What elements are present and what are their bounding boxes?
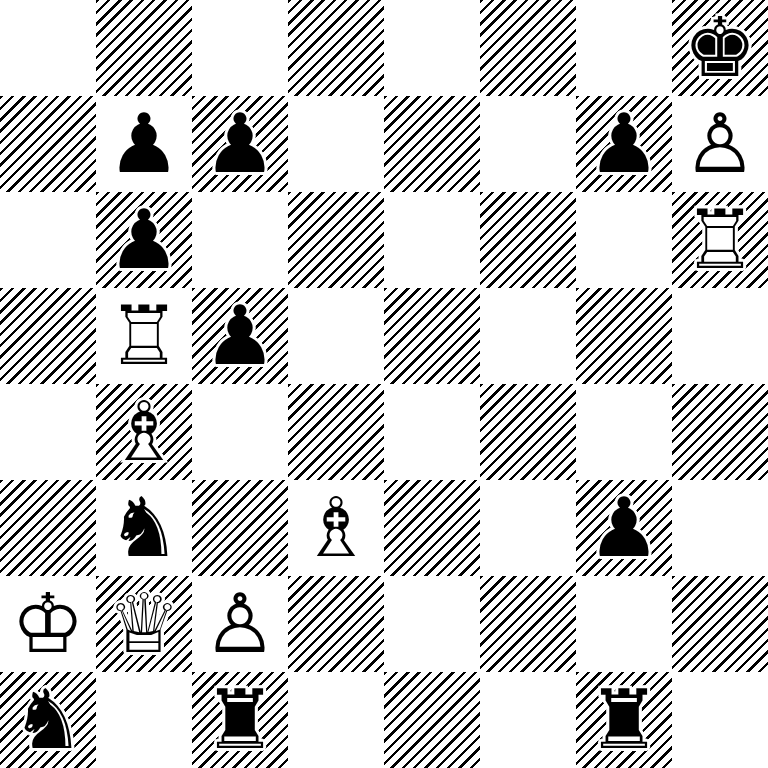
square-h7[interactable]: ♟♙: [672, 96, 768, 192]
square-g7[interactable]: ♟♟: [576, 96, 672, 192]
piece-white-rook[interactable]: ♜♖: [96, 288, 192, 384]
piece-white-pawn[interactable]: ♟♙: [192, 576, 288, 672]
square-f8[interactable]: [480, 0, 576, 96]
square-d2[interactable]: [288, 576, 384, 672]
square-a1[interactable]: ♞♞: [0, 672, 96, 768]
square-c8[interactable]: [192, 0, 288, 96]
square-a8[interactable]: [0, 0, 96, 96]
square-b6[interactable]: ♟♟: [96, 192, 192, 288]
square-a4[interactable]: [0, 384, 96, 480]
square-g2[interactable]: [576, 576, 672, 672]
square-d6[interactable]: [288, 192, 384, 288]
piece-glyph-ink: ♟: [96, 192, 192, 288]
square-f4[interactable]: [480, 384, 576, 480]
chess-board: ♚♚♟♟♟♟♟♟♟♙♟♟♜♖♜♖♟♟♝♗♞♞♝♗♟♟♚♔♛♕♟♙♞♞♜♜♜♜: [0, 0, 768, 768]
square-h2[interactable]: [672, 576, 768, 672]
square-b5[interactable]: ♜♖: [96, 288, 192, 384]
piece-black-rook[interactable]: ♜♜: [576, 672, 672, 768]
square-b2[interactable]: ♛♕: [96, 576, 192, 672]
square-c5[interactable]: ♟♟: [192, 288, 288, 384]
square-g5[interactable]: [576, 288, 672, 384]
square-b7[interactable]: ♟♟: [96, 96, 192, 192]
square-c4[interactable]: [192, 384, 288, 480]
piece-glyph-ink: ♟: [576, 480, 672, 576]
piece-glyph-ink: ♟: [576, 96, 672, 192]
square-h4[interactable]: [672, 384, 768, 480]
square-f7[interactable]: [480, 96, 576, 192]
piece-black-pawn[interactable]: ♟♟: [192, 288, 288, 384]
square-h6[interactable]: ♜♖: [672, 192, 768, 288]
square-f2[interactable]: [480, 576, 576, 672]
square-d1[interactable]: [288, 672, 384, 768]
piece-glyph-ink: ♚: [672, 0, 768, 96]
square-f3[interactable]: [480, 480, 576, 576]
piece-black-pawn[interactable]: ♟♟: [576, 96, 672, 192]
square-g4[interactable]: [576, 384, 672, 480]
square-g6[interactable]: [576, 192, 672, 288]
square-d8[interactable]: [288, 0, 384, 96]
square-d7[interactable]: [288, 96, 384, 192]
square-a7[interactable]: [0, 96, 96, 192]
piece-white-queen[interactable]: ♛♕: [96, 576, 192, 672]
piece-glyph-ink: ♟: [192, 288, 288, 384]
piece-black-king[interactable]: ♚♚: [672, 0, 768, 96]
piece-glyph-ink: ♖: [672, 192, 768, 288]
square-c2[interactable]: ♟♙: [192, 576, 288, 672]
piece-glyph-ink: ♙: [192, 576, 288, 672]
piece-white-bishop[interactable]: ♝♗: [96, 384, 192, 480]
square-e7[interactable]: [384, 96, 480, 192]
square-h5[interactable]: [672, 288, 768, 384]
piece-black-pawn[interactable]: ♟♟: [96, 96, 192, 192]
square-c3[interactable]: [192, 480, 288, 576]
square-a3[interactable]: [0, 480, 96, 576]
piece-black-rook[interactable]: ♜♜: [192, 672, 288, 768]
square-b1[interactable]: [96, 672, 192, 768]
piece-glyph-ink: ♗: [288, 480, 384, 576]
piece-white-pawn[interactable]: ♟♙: [672, 96, 768, 192]
piece-black-knight[interactable]: ♞♞: [96, 480, 192, 576]
square-a5[interactable]: [0, 288, 96, 384]
piece-glyph-ink: ♕: [96, 576, 192, 672]
square-d3[interactable]: ♝♗: [288, 480, 384, 576]
square-b8[interactable]: [96, 0, 192, 96]
piece-glyph-ink: ♔: [0, 576, 96, 672]
square-c6[interactable]: [192, 192, 288, 288]
square-e5[interactable]: [384, 288, 480, 384]
piece-glyph-ink: ♜: [576, 672, 672, 768]
piece-glyph-ink: ♟: [96, 96, 192, 192]
piece-glyph-ink: ♟: [192, 96, 288, 192]
piece-black-pawn[interactable]: ♟♟: [192, 96, 288, 192]
square-b3[interactable]: ♞♞: [96, 480, 192, 576]
square-e6[interactable]: [384, 192, 480, 288]
piece-white-king[interactable]: ♚♔: [0, 576, 96, 672]
square-c7[interactable]: ♟♟: [192, 96, 288, 192]
square-a6[interactable]: [0, 192, 96, 288]
piece-glyph-ink: ♞: [96, 480, 192, 576]
square-e8[interactable]: [384, 0, 480, 96]
square-e1[interactable]: [384, 672, 480, 768]
square-f6[interactable]: [480, 192, 576, 288]
square-f1[interactable]: [480, 672, 576, 768]
piece-black-knight[interactable]: ♞♞: [0, 672, 96, 768]
square-e2[interactable]: [384, 576, 480, 672]
piece-white-rook[interactable]: ♜♖: [672, 192, 768, 288]
square-g8[interactable]: [576, 0, 672, 96]
square-h8[interactable]: ♚♚: [672, 0, 768, 96]
piece-white-bishop[interactable]: ♝♗: [288, 480, 384, 576]
square-d5[interactable]: [288, 288, 384, 384]
piece-glyph-ink: ♖: [96, 288, 192, 384]
square-f5[interactable]: [480, 288, 576, 384]
piece-glyph-ink: ♗: [96, 384, 192, 480]
square-d4[interactable]: [288, 384, 384, 480]
square-g3[interactable]: ♟♟: [576, 480, 672, 576]
square-a2[interactable]: ♚♔: [0, 576, 96, 672]
piece-black-pawn[interactable]: ♟♟: [96, 192, 192, 288]
square-e4[interactable]: [384, 384, 480, 480]
square-b4[interactable]: ♝♗: [96, 384, 192, 480]
piece-glyph-ink: ♙: [672, 96, 768, 192]
square-c1[interactable]: ♜♜: [192, 672, 288, 768]
piece-black-pawn[interactable]: ♟♟: [576, 480, 672, 576]
square-h1[interactable]: [672, 672, 768, 768]
piece-glyph-ink: ♜: [192, 672, 288, 768]
square-h3[interactable]: [672, 480, 768, 576]
piece-glyph-ink: ♞: [0, 672, 96, 768]
square-g1[interactable]: ♜♜: [576, 672, 672, 768]
square-e3[interactable]: [384, 480, 480, 576]
